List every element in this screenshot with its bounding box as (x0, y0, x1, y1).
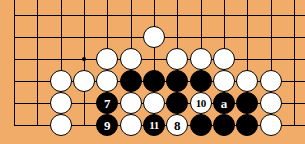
stone-white[interactable] (143, 26, 165, 48)
stone-black[interactable] (166, 92, 188, 114)
stone-black[interactable] (120, 70, 142, 92)
stone-white[interactable]: 10 (190, 92, 212, 114)
go-board[interactable]: 710a9118 (0, 0, 305, 144)
stone-black[interactable] (236, 92, 258, 114)
stone-black[interactable] (236, 114, 258, 136)
stone-white[interactable] (166, 48, 188, 70)
stone-white[interactable]: 8 (166, 114, 188, 136)
stone-white[interactable] (260, 70, 282, 92)
stone-white[interactable] (213, 48, 235, 70)
move-number-label: 10 (196, 98, 206, 109)
grid-line-horizontal (14, 15, 305, 16)
stone-white[interactable] (260, 114, 282, 136)
stone-white[interactable] (96, 70, 118, 92)
move-number-label: 9 (104, 119, 111, 132)
grid-line-vertical (14, 0, 15, 126)
stone-black[interactable] (213, 114, 235, 136)
stone-white[interactable] (73, 70, 95, 92)
stone-black[interactable] (190, 114, 212, 136)
stone-white[interactable] (213, 70, 235, 92)
move-number-label: 7 (104, 97, 111, 110)
stone-white[interactable] (96, 48, 118, 70)
move-number-label: 8 (174, 119, 181, 132)
move-number-label: 11 (149, 120, 158, 131)
stone-black[interactable]: 11 (143, 114, 165, 136)
stone-white[interactable] (120, 92, 142, 114)
stone-white[interactable] (50, 92, 72, 114)
stone-black[interactable]: 9 (96, 114, 118, 136)
stone-white[interactable] (50, 114, 72, 136)
stone-black[interactable]: 7 (96, 92, 118, 114)
stone-black[interactable] (190, 70, 212, 92)
grid-line-vertical (294, 0, 295, 126)
grid-line-horizontal (14, 59, 305, 60)
star-point (82, 57, 86, 61)
stone-white[interactable] (50, 70, 72, 92)
stone-black[interactable]: a (213, 92, 235, 114)
stone-white[interactable] (190, 48, 212, 70)
stone-black[interactable] (143, 70, 165, 92)
stone-black[interactable] (166, 70, 188, 92)
grid-line-vertical (84, 0, 85, 126)
stone-white[interactable] (143, 92, 165, 114)
stone-white[interactable] (120, 114, 142, 136)
stone-white[interactable] (260, 92, 282, 114)
point-label: a (221, 97, 228, 110)
grid-line-vertical (37, 0, 38, 126)
stone-white[interactable] (236, 70, 258, 92)
stone-white[interactable] (120, 48, 142, 70)
